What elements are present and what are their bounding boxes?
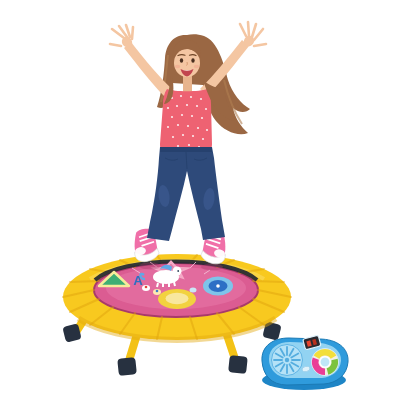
controller (262, 335, 348, 390)
center-button (320, 357, 330, 367)
speaker-icon (272, 345, 303, 376)
disc-icon (203, 277, 233, 296)
foot-cap-near-left (117, 357, 137, 376)
left-eye (180, 58, 183, 62)
photo-stage: A (0, 0, 400, 400)
waistband (160, 147, 212, 152)
head (173, 40, 201, 77)
product-photo: A (0, 0, 400, 400)
yellow-circle-icon (158, 289, 196, 309)
foot-cap-near-right (228, 355, 248, 374)
right-eye (191, 58, 194, 62)
button-ring (312, 349, 339, 376)
